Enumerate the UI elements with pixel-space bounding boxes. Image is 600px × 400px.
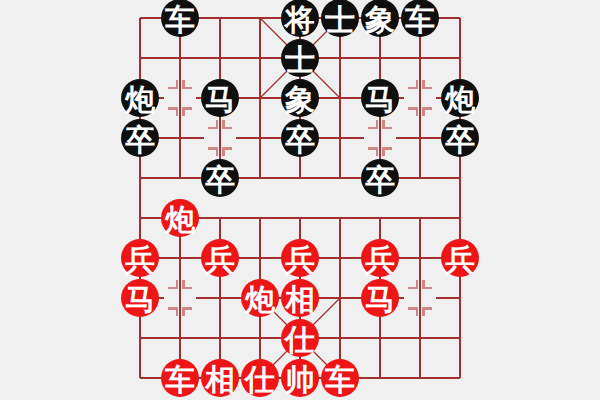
marker-tick (422, 307, 432, 310)
piece-black-pawn[interactable]: 卒 (201, 159, 239, 197)
piece-black-horse[interactable]: 马 (201, 79, 239, 117)
piece-black-pawn[interactable]: 卒 (281, 119, 319, 157)
xiangqi-board: 车将士象车士炮马象马炮卒卒卒卒卒炮兵兵兵兵兵马炮相马仕车相仕帅车 (0, 0, 600, 400)
red-pawn-glyph: 兵 (444, 243, 475, 276)
red-horse-glyph: 马 (125, 283, 155, 316)
marker-tick (422, 107, 432, 110)
black-pawn-glyph: 卒 (445, 123, 475, 156)
piece-red-advisor[interactable]: 仕 (281, 319, 319, 357)
marker-tick (182, 107, 192, 110)
piece-black-pawn[interactable]: 卒 (361, 159, 399, 197)
black-king-glyph: 将 (283, 3, 315, 36)
red-horse-glyph: 马 (365, 283, 395, 316)
black-pawn-glyph: 卒 (365, 163, 395, 196)
piece-red-king[interactable]: 帅 (281, 359, 319, 397)
marker-tick (408, 107, 418, 110)
piece-red-rook[interactable]: 车 (161, 359, 199, 397)
piece-black-advisor[interactable]: 士 (281, 39, 319, 77)
red-rook-glyph: 车 (324, 363, 355, 396)
black-pawn-glyph: 卒 (205, 163, 235, 196)
piece-red-elephant[interactable]: 相 (201, 359, 239, 397)
marker-tick (168, 107, 178, 110)
black-pawn-glyph: 卒 (125, 123, 155, 156)
piece-red-elephant[interactable]: 相 (281, 279, 319, 317)
marker-tick (422, 87, 432, 90)
red-pawn-glyph: 兵 (284, 243, 315, 276)
black-elephant-glyph: 象 (364, 3, 395, 36)
piece-black-cannon[interactable]: 炮 (121, 79, 159, 117)
marker-tick (208, 127, 218, 130)
black-advisor-glyph: 士 (285, 43, 315, 76)
piece-red-rook[interactable]: 车 (321, 359, 359, 397)
piece-red-cannon[interactable]: 炮 (161, 199, 199, 237)
marker-tick (422, 287, 432, 290)
marker-tick (222, 127, 232, 130)
black-horse-glyph: 马 (205, 83, 235, 116)
marker-tick (168, 287, 178, 290)
red-king-glyph: 帅 (284, 363, 315, 396)
red-rook-glyph: 车 (164, 363, 195, 396)
red-advisor-glyph: 仕 (283, 323, 315, 356)
marker-tick (368, 127, 378, 130)
black-horse-glyph: 马 (365, 83, 395, 116)
black-pawn-glyph: 卒 (285, 123, 315, 156)
marker-tick (408, 287, 418, 290)
red-elephant-glyph: 相 (284, 283, 315, 316)
black-advisor-glyph: 士 (325, 3, 355, 36)
xiangqi-screenshot: 车将士象车士炮马象马炮卒卒卒卒卒炮兵兵兵兵兵马炮相马仕车相仕帅车 (0, 0, 600, 400)
piece-black-rook[interactable]: 车 (161, 0, 199, 37)
piece-red-pawn[interactable]: 兵 (441, 239, 479, 277)
piece-black-elephant[interactable]: 象 (281, 79, 319, 117)
marker-tick (182, 307, 192, 310)
marker-tick (222, 147, 232, 150)
piece-black-horse[interactable]: 马 (361, 79, 399, 117)
marker-tick (408, 307, 418, 310)
piece-black-king[interactable]: 将 (281, 0, 319, 37)
piece-red-horse[interactable]: 马 (121, 279, 159, 317)
piece-black-rook[interactable]: 车 (401, 0, 439, 37)
marker-tick (382, 147, 392, 150)
red-pawn-glyph: 兵 (364, 243, 395, 276)
piece-black-pawn[interactable]: 卒 (441, 119, 479, 157)
piece-black-cannon[interactable]: 炮 (441, 79, 479, 117)
marker-tick (182, 287, 192, 290)
piece-red-cannon[interactable]: 炮 (241, 279, 279, 317)
marker-tick (408, 87, 418, 90)
black-rook-glyph: 车 (164, 3, 195, 36)
marker-tick (182, 87, 192, 90)
piece-red-advisor[interactable]: 仕 (241, 359, 279, 397)
black-elephant-glyph: 象 (284, 83, 315, 116)
piece-red-pawn[interactable]: 兵 (361, 239, 399, 277)
piece-black-pawn[interactable]: 卒 (121, 119, 159, 157)
piece-red-horse[interactable]: 马 (361, 279, 399, 317)
red-elephant-glyph: 相 (204, 363, 235, 396)
piece-red-pawn[interactable]: 兵 (281, 239, 319, 277)
piece-black-advisor[interactable]: 士 (321, 0, 359, 37)
red-pawn-glyph: 兵 (124, 243, 155, 276)
marker-tick (368, 147, 378, 150)
piece-black-elephant[interactable]: 象 (361, 0, 399, 37)
piece-red-pawn[interactable]: 兵 (201, 239, 239, 277)
black-rook-glyph: 车 (404, 3, 435, 36)
red-cannon-glyph: 炮 (164, 203, 196, 236)
marker-tick (168, 87, 178, 90)
red-cannon-glyph: 炮 (244, 283, 276, 316)
marker-tick (168, 307, 178, 310)
red-advisor-glyph: 仕 (243, 363, 275, 396)
black-cannon-glyph: 炮 (124, 83, 156, 116)
black-cannon-glyph: 炮 (444, 83, 476, 116)
piece-red-pawn[interactable]: 兵 (121, 239, 159, 277)
marker-tick (382, 127, 392, 130)
red-pawn-glyph: 兵 (204, 243, 235, 276)
marker-tick (208, 147, 218, 150)
